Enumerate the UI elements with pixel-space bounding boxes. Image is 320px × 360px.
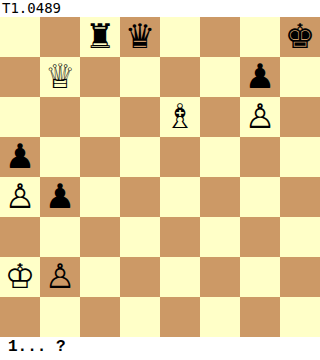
- square-e8[interactable]: [160, 17, 200, 57]
- square-a2[interactable]: ♔: [0, 257, 40, 297]
- square-a4[interactable]: ♙: [0, 177, 40, 217]
- square-a1[interactable]: [0, 297, 40, 337]
- black-pawn-icon: ♟: [245, 57, 275, 96]
- chess-puzzle-page: T1.0489 ♜♛♚♕♟♗♙♟♙♟♔♙ 1... ?: [0, 0, 320, 360]
- square-b8[interactable]: [40, 17, 80, 57]
- puzzle-title: T1.0489: [0, 0, 320, 17]
- square-f5[interactable]: [200, 137, 240, 177]
- square-d7[interactable]: [120, 57, 160, 97]
- square-f4[interactable]: [200, 177, 240, 217]
- square-a6[interactable]: [0, 97, 40, 137]
- square-f2[interactable]: [200, 257, 240, 297]
- square-c2[interactable]: [80, 257, 120, 297]
- square-a5[interactable]: ♟: [0, 137, 40, 177]
- square-d2[interactable]: [120, 257, 160, 297]
- square-g1[interactable]: [240, 297, 280, 337]
- white-pawn-icon: ♙: [5, 177, 35, 216]
- square-f1[interactable]: [200, 297, 240, 337]
- square-b2[interactable]: ♙: [40, 257, 80, 297]
- black-king-icon: ♚: [285, 17, 315, 56]
- square-g7[interactable]: ♟: [240, 57, 280, 97]
- square-f8[interactable]: [200, 17, 240, 57]
- white-queen-icon: ♕: [45, 57, 75, 96]
- square-f3[interactable]: [200, 217, 240, 257]
- square-e1[interactable]: [160, 297, 200, 337]
- white-pawn-icon: ♙: [245, 97, 275, 136]
- square-e4[interactable]: [160, 177, 200, 217]
- square-d6[interactable]: [120, 97, 160, 137]
- square-f7[interactable]: [200, 57, 240, 97]
- move-prompt: 1... ?: [0, 337, 320, 360]
- black-pawn-icon: ♟: [45, 177, 75, 216]
- square-b1[interactable]: [40, 297, 80, 337]
- square-h4[interactable]: [280, 177, 320, 217]
- square-h5[interactable]: [280, 137, 320, 177]
- square-b3[interactable]: [40, 217, 80, 257]
- square-d3[interactable]: [120, 217, 160, 257]
- square-h6[interactable]: [280, 97, 320, 137]
- square-a8[interactable]: [0, 17, 40, 57]
- chess-board: ♜♛♚♕♟♗♙♟♙♟♔♙: [0, 17, 320, 337]
- square-c7[interactable]: [80, 57, 120, 97]
- black-pawn-icon: ♟: [5, 137, 35, 176]
- square-c1[interactable]: [80, 297, 120, 337]
- square-c5[interactable]: [80, 137, 120, 177]
- white-bishop-icon: ♗: [165, 97, 195, 136]
- square-e5[interactable]: [160, 137, 200, 177]
- square-g8[interactable]: [240, 17, 280, 57]
- square-c6[interactable]: [80, 97, 120, 137]
- square-e6[interactable]: ♗: [160, 97, 200, 137]
- white-pawn-icon: ♙: [45, 257, 75, 296]
- square-d8[interactable]: ♛: [120, 17, 160, 57]
- square-d5[interactable]: [120, 137, 160, 177]
- square-h8[interactable]: ♚: [280, 17, 320, 57]
- square-e7[interactable]: [160, 57, 200, 97]
- black-rook-icon: ♜: [85, 17, 115, 56]
- square-e3[interactable]: [160, 217, 200, 257]
- square-h1[interactable]: [280, 297, 320, 337]
- square-b7[interactable]: ♕: [40, 57, 80, 97]
- square-d4[interactable]: [120, 177, 160, 217]
- square-h3[interactable]: [280, 217, 320, 257]
- square-c8[interactable]: ♜: [80, 17, 120, 57]
- square-h7[interactable]: [280, 57, 320, 97]
- white-king-icon: ♔: [5, 257, 35, 296]
- square-f6[interactable]: [200, 97, 240, 137]
- square-g3[interactable]: [240, 217, 280, 257]
- square-c3[interactable]: [80, 217, 120, 257]
- square-b6[interactable]: [40, 97, 80, 137]
- square-b4[interactable]: ♟: [40, 177, 80, 217]
- square-g5[interactable]: [240, 137, 280, 177]
- square-h2[interactable]: [280, 257, 320, 297]
- square-a3[interactable]: [0, 217, 40, 257]
- square-g4[interactable]: [240, 177, 280, 217]
- square-a7[interactable]: [0, 57, 40, 97]
- square-e2[interactable]: [160, 257, 200, 297]
- square-d1[interactable]: [120, 297, 160, 337]
- square-g2[interactable]: [240, 257, 280, 297]
- black-queen-icon: ♛: [125, 17, 155, 56]
- square-b5[interactable]: [40, 137, 80, 177]
- square-c4[interactable]: [80, 177, 120, 217]
- square-g6[interactable]: ♙: [240, 97, 280, 137]
